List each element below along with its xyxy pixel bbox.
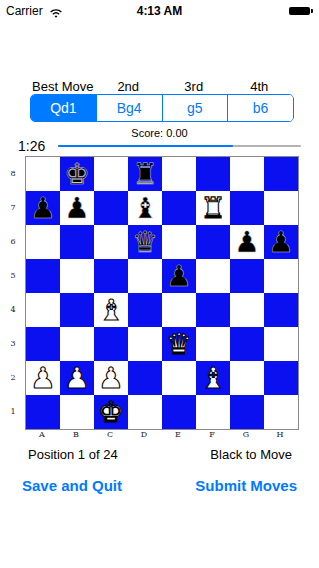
square-c6[interactable] (94, 225, 128, 259)
square-a5[interactable] (26, 259, 60, 293)
square-h7[interactable] (264, 191, 298, 225)
square-b2[interactable]: ♟ (60, 361, 94, 395)
move-headers-row: Best Move2nd3rd4th (30, 79, 292, 94)
status-bar: Carrier 4:13 AM (0, 0, 319, 20)
piece-white-bishop-c4[interactable]: ♝ (98, 293, 124, 327)
square-b8[interactable]: ♚ (60, 157, 94, 191)
score-label: Score: 0.00 (0, 127, 319, 139)
square-a1[interactable] (26, 395, 60, 429)
square-g1[interactable] (230, 395, 264, 429)
square-b6[interactable] (60, 225, 94, 259)
square-g3[interactable] (230, 327, 264, 361)
square-a7[interactable]: ♟ (26, 191, 60, 225)
square-d3[interactable] (128, 327, 162, 361)
piece-black-bishop-d7[interactable]: ♝ (132, 191, 158, 225)
piece-white-king-c1[interactable]: ♚ (98, 395, 124, 429)
square-h3[interactable] (264, 327, 298, 361)
square-a4[interactable] (26, 293, 60, 327)
move-rank-header-4: 4th (227, 79, 293, 94)
square-c2[interactable]: ♟ (94, 361, 128, 395)
piece-white-pawn-c2[interactable]: ♟ (98, 361, 124, 395)
turn-indicator: Black to Move (210, 447, 292, 462)
rank-label-2: 2 (4, 373, 22, 382)
square-f7[interactable]: ♜ (196, 191, 230, 225)
square-c5[interactable] (94, 259, 128, 293)
time-progress-bar (58, 145, 301, 147)
square-e8[interactable] (162, 157, 196, 191)
square-b4[interactable] (60, 293, 94, 327)
square-e1[interactable] (162, 395, 196, 429)
piece-black-pawn-g6[interactable]: ♟ (234, 225, 260, 259)
piece-white-rook-f7[interactable]: ♜ (200, 191, 226, 225)
timer-label: 1:26 (18, 138, 45, 154)
square-b3[interactable] (60, 327, 94, 361)
piece-black-pawn-e5[interactable]: ♟ (166, 259, 192, 293)
square-b1[interactable] (60, 395, 94, 429)
rank-label-6: 6 (4, 237, 22, 246)
square-h8[interactable] (264, 157, 298, 191)
status-time: 4:13 AM (0, 4, 319, 18)
square-g5[interactable] (230, 259, 264, 293)
piece-black-king-b8[interactable]: ♚ (64, 157, 90, 191)
battery-full-icon (289, 7, 310, 15)
rank-label-5: 5 (4, 271, 22, 280)
piece-black-pawn-a7[interactable]: ♟ (30, 191, 56, 225)
piece-white-bishop-f2[interactable]: ♝ (200, 361, 226, 395)
square-h1[interactable] (264, 395, 298, 429)
square-g2[interactable] (230, 361, 264, 395)
square-g4[interactable] (230, 293, 264, 327)
square-d4[interactable] (128, 293, 162, 327)
piece-white-queen-e3[interactable]: ♛ (166, 327, 192, 361)
square-d1[interactable] (128, 395, 162, 429)
move-rank-header-3: 3rd (161, 79, 227, 94)
candidate-move-Bg4[interactable]: Bg4 (96, 95, 162, 121)
file-label-F: F (195, 430, 229, 439)
rank-label-4: 4 (4, 305, 22, 314)
file-label-H: H (263, 430, 297, 439)
square-e3[interactable]: ♛ (162, 327, 196, 361)
position-counter: Position 1 of 24 (28, 447, 118, 462)
square-e2[interactable] (162, 361, 196, 395)
piece-black-rook-d8[interactable]: ♜ (132, 157, 158, 191)
piece-white-pawn-b2[interactable]: ♟ (64, 361, 90, 395)
candidate-move-b6[interactable]: b6 (227, 95, 293, 121)
square-d2[interactable] (128, 361, 162, 395)
square-e5[interactable]: ♟ (162, 259, 196, 293)
square-c4[interactable]: ♝ (94, 293, 128, 327)
candidate-move-Qd1[interactable]: Qd1 (31, 95, 96, 121)
square-f3[interactable] (196, 327, 230, 361)
square-g6[interactable]: ♟ (230, 225, 264, 259)
square-g7[interactable] (230, 191, 264, 225)
square-c3[interactable] (94, 327, 128, 361)
square-a8[interactable] (26, 157, 60, 191)
file-label-C: C (93, 430, 127, 439)
square-f2[interactable]: ♝ (196, 361, 230, 395)
candidate-move-g5[interactable]: g5 (162, 95, 228, 121)
move-rank-header-1: Best Move (30, 79, 96, 94)
square-d6[interactable]: ♛ (128, 225, 162, 259)
square-a3[interactable] (26, 327, 60, 361)
square-b5[interactable] (60, 259, 94, 293)
rank-label-7: 7 (4, 203, 22, 212)
chess-board: ♚♜♟♟♝♜♛♟♟♟♝♛♟♟♟♝♚ (25, 156, 299, 430)
piece-black-pawn-h6[interactable]: ♟ (268, 225, 294, 259)
file-label-A: A (25, 430, 59, 439)
candidate-moves-segmented-control: Qd1Bg4g5b6 (30, 94, 294, 122)
file-label-D: D (127, 430, 161, 439)
move-rank-header-2: 2nd (96, 79, 162, 94)
piece-white-pawn-a2[interactable]: ♟ (30, 361, 56, 395)
square-c8[interactable] (94, 157, 128, 191)
square-f4[interactable] (196, 293, 230, 327)
file-label-G: G (229, 430, 263, 439)
square-e4[interactable] (162, 293, 196, 327)
square-a2[interactable]: ♟ (26, 361, 60, 395)
square-f1[interactable] (196, 395, 230, 429)
piece-black-pawn-b7[interactable]: ♟ (64, 191, 90, 225)
rank-label-1: 1 (4, 407, 22, 416)
square-d8[interactable]: ♜ (128, 157, 162, 191)
square-c7[interactable] (94, 191, 128, 225)
square-g8[interactable] (230, 157, 264, 191)
square-h4[interactable] (264, 293, 298, 327)
save-and-quit-button[interactable]: Save and Quit (22, 477, 122, 494)
square-d7[interactable]: ♝ (128, 191, 162, 225)
rank-label-8: 8 (4, 169, 22, 178)
square-h2[interactable] (264, 361, 298, 395)
submit-moves-button[interactable]: Submit Moves (195, 477, 297, 494)
file-label-E: E (161, 430, 195, 439)
piece-black-queen-d6[interactable]: ♛ (132, 225, 158, 259)
square-d5[interactable] (128, 259, 162, 293)
square-f5[interactable] (196, 259, 230, 293)
rank-label-3: 3 (4, 339, 22, 348)
square-b7[interactable]: ♟ (60, 191, 94, 225)
time-progress-fill (58, 145, 233, 147)
square-h5[interactable] (264, 259, 298, 293)
square-c1[interactable]: ♚ (94, 395, 128, 429)
file-label-B: B (59, 430, 93, 439)
square-h6[interactable]: ♟ (264, 225, 298, 259)
square-e6[interactable] (162, 225, 196, 259)
square-e7[interactable] (162, 191, 196, 225)
square-a6[interactable] (26, 225, 60, 259)
square-f8[interactable] (196, 157, 230, 191)
square-f6[interactable] (196, 225, 230, 259)
